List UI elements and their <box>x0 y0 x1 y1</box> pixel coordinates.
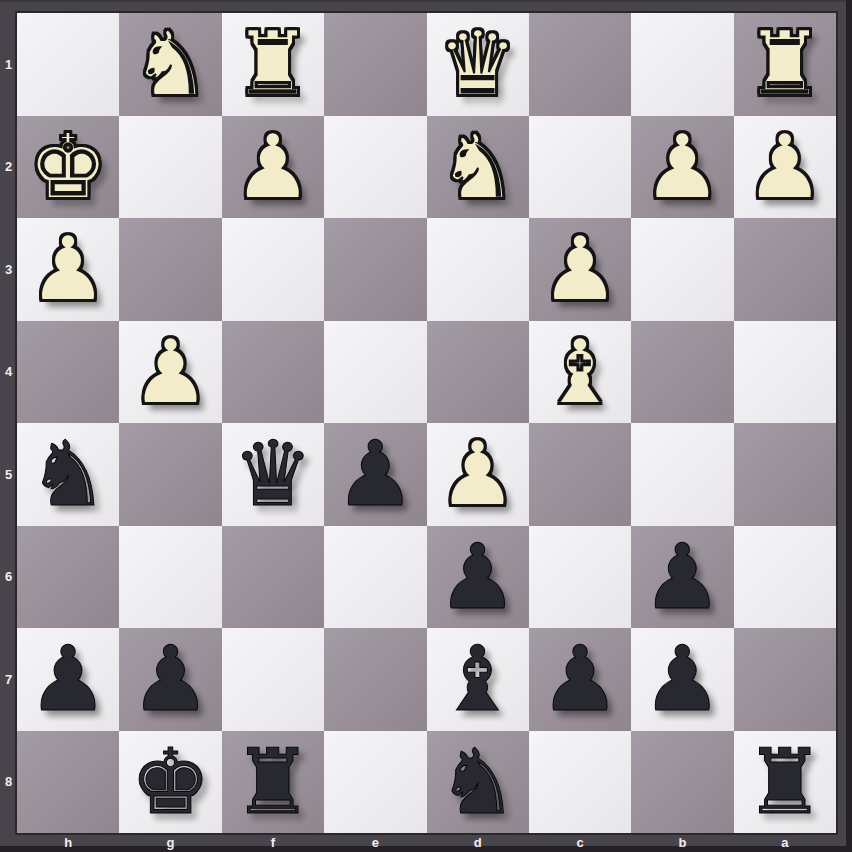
square-c3[interactable]: ♟ <box>529 218 631 321</box>
white-bishop: ♝ <box>540 327 621 417</box>
square-b2[interactable]: ♟ <box>631 116 733 219</box>
square-h4[interactable] <box>17 321 119 424</box>
white-pawn: ♟ <box>28 224 109 314</box>
square-c8[interactable] <box>529 731 631 834</box>
rank-label-5: 5 <box>0 423 17 526</box>
black-knight: ♞ <box>437 737 518 827</box>
file-label-b: b <box>631 833 733 852</box>
rank-label-3: 3 <box>0 218 17 321</box>
white-pawn: ♟ <box>233 122 314 212</box>
square-a8[interactable]: ♜ <box>734 731 836 834</box>
rank-label-4: 4 <box>0 321 17 424</box>
square-b1[interactable] <box>631 13 733 116</box>
square-g8[interactable]: ♚ <box>119 731 221 834</box>
square-a7[interactable] <box>734 628 836 731</box>
black-bishop: ♝ <box>437 634 518 724</box>
black-knight: ♞ <box>28 429 109 519</box>
square-c4[interactable]: ♝ <box>529 321 631 424</box>
square-a1[interactable]: ♜ <box>734 13 836 116</box>
square-d6[interactable]: ♟ <box>427 526 529 629</box>
black-pawn: ♟ <box>130 634 211 724</box>
square-e1[interactable] <box>324 13 426 116</box>
square-d4[interactable] <box>427 321 529 424</box>
file-label-h: h <box>17 833 119 852</box>
square-a3[interactable] <box>734 218 836 321</box>
square-b4[interactable] <box>631 321 733 424</box>
square-h8[interactable] <box>17 731 119 834</box>
square-a5[interactable] <box>734 423 836 526</box>
square-e7[interactable] <box>324 628 426 731</box>
square-g1[interactable]: ♞ <box>119 13 221 116</box>
square-f1[interactable]: ♜ <box>222 13 324 116</box>
square-f8[interactable]: ♜ <box>222 731 324 834</box>
square-b6[interactable]: ♟ <box>631 526 733 629</box>
square-b5[interactable] <box>631 423 733 526</box>
file-label-e: e <box>324 833 426 852</box>
square-f3[interactable] <box>222 218 324 321</box>
rank-label-2: 2 <box>0 116 17 219</box>
square-d1[interactable]: ♛ <box>427 13 529 116</box>
square-g4[interactable]: ♟ <box>119 321 221 424</box>
square-c7[interactable]: ♟ <box>529 628 631 731</box>
square-a4[interactable] <box>734 321 836 424</box>
square-g2[interactable] <box>119 116 221 219</box>
white-pawn: ♟ <box>642 122 723 212</box>
square-h7[interactable]: ♟ <box>17 628 119 731</box>
square-d2[interactable]: ♞ <box>427 116 529 219</box>
square-f6[interactable] <box>222 526 324 629</box>
square-g5[interactable] <box>119 423 221 526</box>
white-pawn: ♟ <box>130 327 211 417</box>
rank-labels: 12345678 <box>0 13 17 833</box>
file-label-g: g <box>119 833 221 852</box>
square-d5[interactable]: ♟ <box>427 423 529 526</box>
black-pawn: ♟ <box>642 532 723 622</box>
black-pawn: ♟ <box>642 634 723 724</box>
square-e6[interactable] <box>324 526 426 629</box>
white-pawn: ♟ <box>744 122 825 212</box>
square-e4[interactable] <box>324 321 426 424</box>
white-rook: ♜ <box>233 19 314 109</box>
black-pawn: ♟ <box>540 634 621 724</box>
black-pawn: ♟ <box>335 429 416 519</box>
square-e2[interactable] <box>324 116 426 219</box>
square-h6[interactable] <box>17 526 119 629</box>
file-label-d: d <box>427 833 529 852</box>
square-g6[interactable] <box>119 526 221 629</box>
square-b3[interactable] <box>631 218 733 321</box>
square-c5[interactable] <box>529 423 631 526</box>
white-pawn: ♟ <box>540 224 621 314</box>
square-f7[interactable] <box>222 628 324 731</box>
file-labels: hgfedcba <box>17 833 836 852</box>
square-c1[interactable] <box>529 13 631 116</box>
white-knight: ♞ <box>437 122 518 212</box>
square-d7[interactable]: ♝ <box>427 628 529 731</box>
square-e3[interactable] <box>324 218 426 321</box>
square-a6[interactable] <box>734 526 836 629</box>
square-f2[interactable]: ♟ <box>222 116 324 219</box>
black-rook: ♜ <box>744 737 825 827</box>
square-h1[interactable] <box>17 13 119 116</box>
square-b7[interactable]: ♟ <box>631 628 733 731</box>
square-a2[interactable]: ♟ <box>734 116 836 219</box>
white-king: ♚ <box>28 122 109 212</box>
black-queen: ♛ <box>233 429 314 519</box>
square-f5[interactable]: ♛ <box>222 423 324 526</box>
black-king: ♚ <box>130 737 211 827</box>
square-g3[interactable] <box>119 218 221 321</box>
square-d8[interactable]: ♞ <box>427 731 529 834</box>
rank-label-8: 8 <box>0 731 17 834</box>
square-d3[interactable] <box>427 218 529 321</box>
file-label-c: c <box>529 833 631 852</box>
rank-label-6: 6 <box>0 526 17 629</box>
square-f4[interactable] <box>222 321 324 424</box>
white-pawn: ♟ <box>437 429 518 519</box>
square-h2[interactable]: ♚ <box>17 116 119 219</box>
rank-label-1: 1 <box>0 13 17 116</box>
square-e5[interactable]: ♟ <box>324 423 426 526</box>
white-queen: ♛ <box>437 19 518 109</box>
square-h5[interactable]: ♞ <box>17 423 119 526</box>
square-g7[interactable]: ♟ <box>119 628 221 731</box>
file-label-a: a <box>734 833 836 852</box>
white-knight: ♞ <box>130 19 211 109</box>
white-rook: ♜ <box>744 19 825 109</box>
square-h3[interactable]: ♟ <box>17 218 119 321</box>
black-pawn: ♟ <box>437 532 518 622</box>
file-label-f: f <box>222 833 324 852</box>
square-c2[interactable] <box>529 116 631 219</box>
black-pawn: ♟ <box>28 634 109 724</box>
square-b8[interactable] <box>631 731 733 834</box>
board: ♞♜♛♜♚♟♞♟♟♟♟♟♝♞♛♟♟♟♟♟♟♝♟♟♚♜♞♜ <box>17 13 836 833</box>
square-e8[interactable] <box>324 731 426 834</box>
square-c6[interactable] <box>529 526 631 629</box>
black-rook: ♜ <box>233 737 314 827</box>
rank-label-7: 7 <box>0 628 17 731</box>
